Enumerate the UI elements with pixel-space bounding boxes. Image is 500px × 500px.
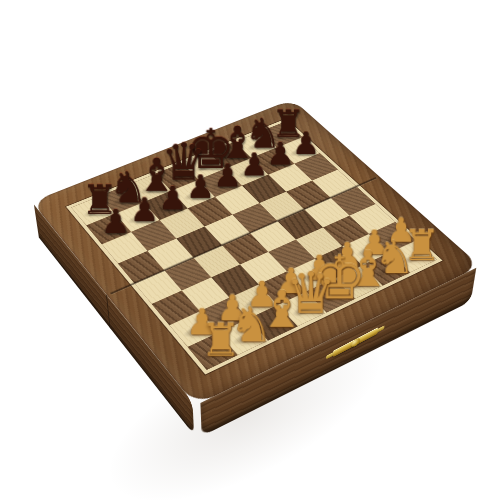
- white-rook[interactable]: ♜: [185, 322, 256, 361]
- chess-set-product-photo: ♜♞♝♛♚♝♞♜♟♟♟♟♟♟♟♟♟♟♟♟♟♟♟♟♜♞♝♛♚♝♞♜: [0, 0, 500, 500]
- folding-chess-box: ♜♞♝♛♚♝♞♜♟♟♟♟♟♟♟♟♟♟♟♟♟♟♟♟♜♞♝♛♚♝♞♜: [32, 99, 481, 405]
- fold-seam-icon: [106, 294, 111, 329]
- black-pawn[interactable]: ♟: [83, 208, 147, 236]
- perspective-wrapper: ♜♞♝♛♚♝♞♜♟♟♟♟♟♟♟♟♟♟♟♟♟♟♟♟♜♞♝♛♚♝♞♜: [0, 0, 500, 500]
- latch-knob-icon: [351, 337, 360, 349]
- box-top-face: ♜♞♝♛♚♝♞♜♟♟♟♟♟♟♟♟♟♟♟♟♟♟♟♟♜♞♝♛♚♝♞♜: [32, 99, 481, 405]
